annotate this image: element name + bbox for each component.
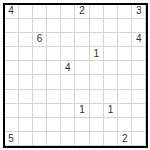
clue-cell-r9c0[interactable]: 5 xyxy=(5,132,18,145)
cell-r5c6[interactable] xyxy=(90,75,103,88)
cell-r9c6[interactable] xyxy=(90,132,103,145)
cell-r7c8[interactable] xyxy=(118,104,131,117)
cell-r2c3[interactable] xyxy=(47,33,60,46)
puzzle-board: 42364141152 xyxy=(3,3,148,148)
cell-r2c8[interactable] xyxy=(118,33,131,46)
cell-r0c1[interactable] xyxy=(19,5,32,18)
cell-r2c7[interactable] xyxy=(104,33,117,46)
cell-r4c6[interactable] xyxy=(90,61,103,74)
cell-r4c7[interactable] xyxy=(104,61,117,74)
cell-r8c2[interactable] xyxy=(33,118,46,131)
cell-r6c5[interactable] xyxy=(75,90,88,103)
cell-r3c4[interactable] xyxy=(61,47,74,60)
cell-r8c4[interactable] xyxy=(61,118,74,131)
cell-r0c3[interactable] xyxy=(47,5,60,18)
cell-r7c9[interactable] xyxy=(132,104,145,117)
cell-r3c5[interactable] xyxy=(75,47,88,60)
cell-r5c2[interactable] xyxy=(33,75,46,88)
cell-r8c7[interactable] xyxy=(104,118,117,131)
cell-r0c6[interactable] xyxy=(90,5,103,18)
cell-r1c5[interactable] xyxy=(75,19,88,32)
cell-r7c3[interactable] xyxy=(47,104,60,117)
cell-r3c7[interactable] xyxy=(104,47,117,60)
cell-r4c1[interactable] xyxy=(19,61,32,74)
cell-r9c4[interactable] xyxy=(61,132,74,145)
cell-r6c6[interactable] xyxy=(90,90,103,103)
cell-r4c9[interactable] xyxy=(132,61,145,74)
cell-r2c0[interactable] xyxy=(5,33,18,46)
cell-r5c9[interactable] xyxy=(132,75,145,88)
cell-r2c5[interactable] xyxy=(75,33,88,46)
cell-r6c2[interactable] xyxy=(33,90,46,103)
cell-r5c5[interactable] xyxy=(75,75,88,88)
cell-r1c0[interactable] xyxy=(5,19,18,32)
cell-r6c4[interactable] xyxy=(61,90,74,103)
cell-r8c9[interactable] xyxy=(132,118,145,131)
cell-r3c1[interactable] xyxy=(19,47,32,60)
cell-r5c1[interactable] xyxy=(19,75,32,88)
cell-r0c7[interactable] xyxy=(104,5,117,18)
cell-r1c8[interactable] xyxy=(118,19,131,32)
cell-r5c8[interactable] xyxy=(118,75,131,88)
cell-r9c2[interactable] xyxy=(33,132,46,145)
cell-r0c4[interactable] xyxy=(61,5,74,18)
cell-r6c3[interactable] xyxy=(47,90,60,103)
clue-cell-r0c5[interactable]: 2 xyxy=(75,5,88,18)
cell-r6c1[interactable] xyxy=(19,90,32,103)
cell-r5c0[interactable] xyxy=(5,75,18,88)
clue-cell-r3c6[interactable]: 1 xyxy=(90,47,103,60)
cell-r4c5[interactable] xyxy=(75,61,88,74)
cell-r3c9[interactable] xyxy=(132,47,145,60)
cell-r4c3[interactable] xyxy=(47,61,60,74)
cell-r8c0[interactable] xyxy=(5,118,18,131)
cell-r1c4[interactable] xyxy=(61,19,74,32)
cell-r0c2[interactable] xyxy=(33,5,46,18)
cell-r3c0[interactable] xyxy=(5,47,18,60)
cell-r4c0[interactable] xyxy=(5,61,18,74)
puzzle-area: 42364141152 xyxy=(0,0,150,150)
cell-r2c6[interactable] xyxy=(90,33,103,46)
cell-r2c1[interactable] xyxy=(19,33,32,46)
cell-r8c5[interactable] xyxy=(75,118,88,131)
cell-r9c9[interactable] xyxy=(132,132,145,145)
clue-cell-r0c0[interactable]: 4 xyxy=(5,5,18,18)
cell-r6c8[interactable] xyxy=(118,90,131,103)
cell-r2c4[interactable] xyxy=(61,33,74,46)
cell-r7c4[interactable] xyxy=(61,104,74,117)
cell-r1c6[interactable] xyxy=(90,19,103,32)
cell-r9c1[interactable] xyxy=(19,132,32,145)
cell-r3c3[interactable] xyxy=(47,47,60,60)
cell-r9c7[interactable] xyxy=(104,132,117,145)
cell-r9c3[interactable] xyxy=(47,132,60,145)
cell-r8c1[interactable] xyxy=(19,118,32,131)
cell-r4c2[interactable] xyxy=(33,61,46,74)
clue-cell-r4c4[interactable]: 4 xyxy=(61,61,74,74)
cell-r7c1[interactable] xyxy=(19,104,32,117)
cell-r8c8[interactable] xyxy=(118,118,131,131)
clue-cell-r2c9[interactable]: 4 xyxy=(132,33,145,46)
clue-cell-r7c7[interactable]: 1 xyxy=(104,104,117,117)
cell-r9c5[interactable] xyxy=(75,132,88,145)
cell-r0c8[interactable] xyxy=(118,5,131,18)
cell-r5c3[interactable] xyxy=(47,75,60,88)
cell-r5c4[interactable] xyxy=(61,75,74,88)
cell-r6c0[interactable] xyxy=(5,90,18,103)
cell-r1c2[interactable] xyxy=(33,19,46,32)
cell-r5c7[interactable] xyxy=(104,75,117,88)
cell-r1c1[interactable] xyxy=(19,19,32,32)
cell-r3c2[interactable] xyxy=(33,47,46,60)
cell-r4c8[interactable] xyxy=(118,61,131,74)
clue-cell-r7c5[interactable]: 1 xyxy=(75,104,88,117)
cell-r1c7[interactable] xyxy=(104,19,117,32)
cell-r8c6[interactable] xyxy=(90,118,103,131)
clue-cell-r9c8[interactable]: 2 xyxy=(118,132,131,145)
cell-r3c8[interactable] xyxy=(118,47,131,60)
cell-r1c9[interactable] xyxy=(132,19,145,32)
clue-cell-r2c2[interactable]: 6 xyxy=(33,33,46,46)
cell-r6c7[interactable] xyxy=(104,90,117,103)
clue-cell-r0c9[interactable]: 3 xyxy=(132,5,145,18)
cell-r8c3[interactable] xyxy=(47,118,60,131)
cell-r7c2[interactable] xyxy=(33,104,46,117)
cell-r1c3[interactable] xyxy=(47,19,60,32)
cell-r6c9[interactable] xyxy=(132,90,145,103)
cell-r7c0[interactable] xyxy=(5,104,18,117)
cell-r7c6[interactable] xyxy=(90,104,103,117)
